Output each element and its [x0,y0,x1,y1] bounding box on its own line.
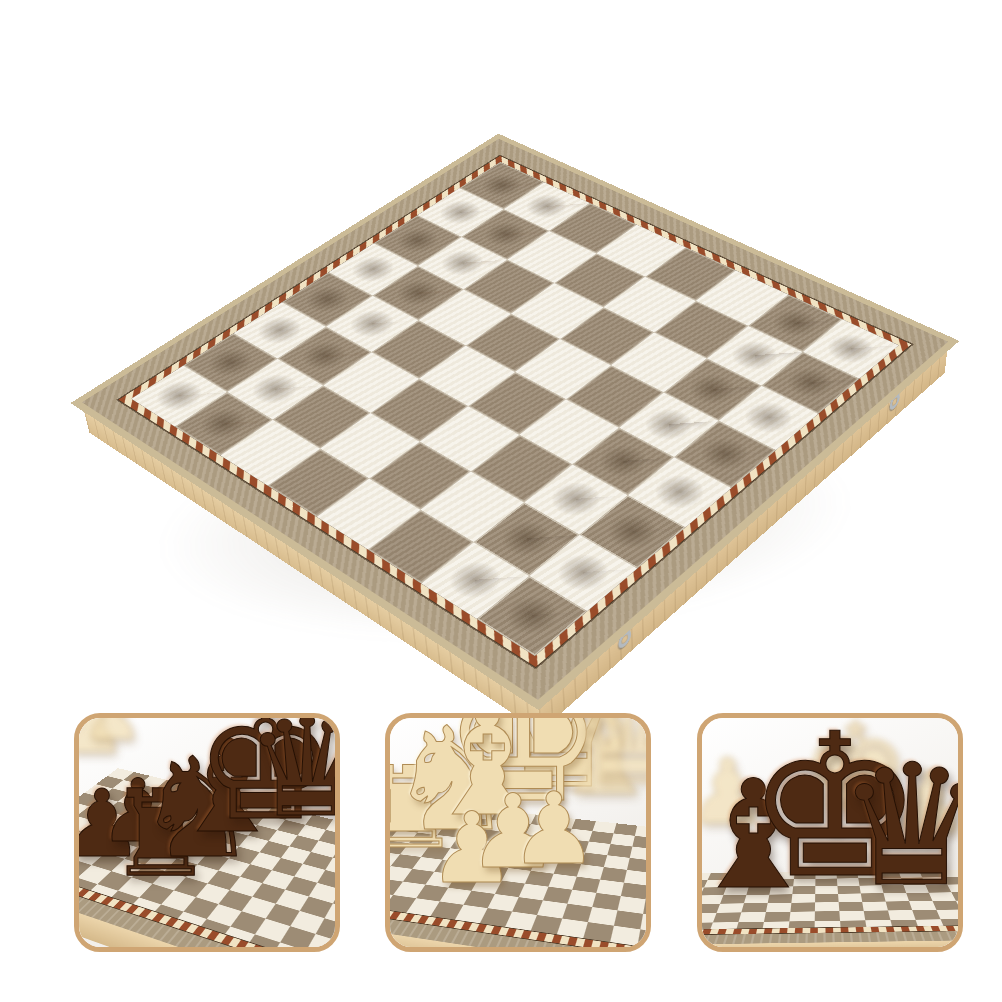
mini-pieces-layer: ♟♚♟♝♚♛ [702,718,958,947]
mini-pieces-layer: ♛♚♝♛♜♞♝♟♟♟ [390,718,646,947]
product-photo-page: ♜♟♟♜♞♟♟♞♝♟♟♝♛♟♟♛♚♟♟♚♝♟♟♝♞♟♟♞♜♟♟♜ ♟♟♟♟♜♞♝… [0,0,1002,1002]
thumbnail-photo: ♟♟♟♟♜♞♝♚♛ [79,718,335,947]
thumbnail-dark-pieces[interactable]: ♟♟♟♟♜♞♝♚♛ [74,713,340,952]
mini-pieces-layer: ♟♟♟♟♜♞♝♚♛ [79,718,335,947]
clasp-plate-icon [888,384,902,404]
thumbnail-photo: ♟♚♟♝♚♛ [702,718,958,947]
metal-clasp [885,381,905,423]
metal-clasp [612,617,635,664]
thumb-piece-light-pawn: ♟ [509,779,598,878]
clasp-ring-icon [618,627,631,652]
thumbnail-light-pieces[interactable]: ♛♚♝♛♜♞♝♟♟♟ [385,713,651,952]
square-h2: ♟ [175,392,273,455]
thumb-piece-dark-queen: ♛ [245,713,340,837]
thumbnail-photo: ♛♚♝♛♜♞♝♟♟♟ [390,718,646,947]
thumb-piece-light-pawn: ♟ [82,713,143,750]
thumbnail-dark-king-closeup[interactable]: ♟♚♟♝♚♛ [697,713,963,952]
square-h8: ♜ [477,576,587,656]
clasp-plate-icon [615,620,632,643]
main-product-photo[interactable]: ♜♟♟♜♞♟♟♞♝♟♟♝♛♟♟♛♚♟♟♚♝♟♟♝♞♟♟♞♜♟♟♜ [0,0,1002,706]
thumb-piece-dark-queen: ♛ [837,742,963,910]
clasp-ring-icon [889,391,900,413]
